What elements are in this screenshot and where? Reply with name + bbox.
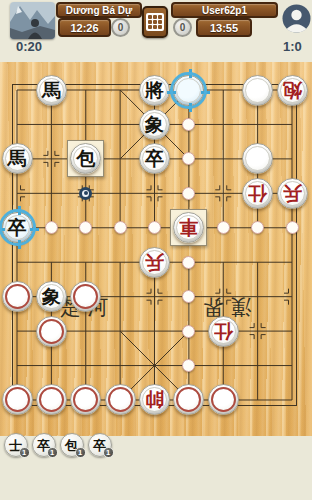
left-player-badge: 0 bbox=[111, 18, 130, 37]
piece-glyph: 卒 bbox=[145, 149, 164, 168]
grid-menu-icon bbox=[146, 13, 164, 31]
move-hint-dot[interactable] bbox=[79, 221, 92, 234]
move-hint-dot[interactable] bbox=[148, 221, 161, 234]
right-player-clock: 13:55 bbox=[196, 18, 252, 37]
right-player-avatar[interactable] bbox=[282, 4, 311, 33]
move-hint-dot[interactable] bbox=[45, 221, 58, 234]
target-crosshair-tick bbox=[18, 240, 21, 249]
left-player-avatar[interactable] bbox=[10, 2, 55, 39]
captured-count-badge: 1 bbox=[75, 447, 86, 458]
xiangqi-app: Dương Bá Dự 12:26 0 0 13:55 User62p1 0:2… bbox=[0, 0, 312, 500]
left-player-name: Dương Bá Dự bbox=[56, 2, 142, 18]
piece-covered-black-r0c5[interactable] bbox=[173, 75, 204, 106]
piece-soldier-black-r2c4[interactable]: 卒 bbox=[139, 143, 170, 174]
target-crosshair-tick bbox=[201, 91, 210, 94]
left-player-clock: 12:26 bbox=[58, 18, 111, 37]
piece-elephant-black-r6c1[interactable]: 象 bbox=[36, 281, 67, 312]
captured-piece-3[interactable]: 卒1 bbox=[88, 433, 112, 457]
menu-button[interactable] bbox=[142, 6, 168, 38]
piece-covered-red-r9c0[interactable] bbox=[2, 384, 33, 415]
top-bar: Dương Bá Dự 12:26 0 0 13:55 User62p1 0:2… bbox=[0, 0, 312, 62]
piece-soldier-black-r4c0[interactable]: 卒 bbox=[2, 212, 33, 243]
piece-glyph: 象 bbox=[42, 287, 61, 306]
target-crosshair-tick bbox=[189, 69, 192, 78]
piece-horse-black-r0c1[interactable]: 馬 bbox=[36, 75, 67, 106]
piece-covered-red-r9c5[interactable] bbox=[173, 384, 204, 415]
piece-glyph: 仕 bbox=[248, 184, 267, 203]
captured-count-badge: 1 bbox=[19, 447, 30, 458]
piece-covered-red-r9c6[interactable] bbox=[208, 384, 239, 415]
target-crosshair-tick bbox=[18, 206, 21, 215]
captured-piece-1[interactable]: 卒1 bbox=[32, 433, 56, 457]
move-hint-dot[interactable] bbox=[182, 152, 195, 165]
piece-glyph: 兵 bbox=[145, 253, 164, 272]
captured-count-badge: 1 bbox=[47, 447, 58, 458]
xiangqi-board[interactable]: 楚 河 漢 界 馬將炮象馬包卒仕兵卒車兵象仕帥 bbox=[0, 62, 312, 436]
piece-glyph: 兵 bbox=[283, 184, 302, 203]
captured-count-badge: 1 bbox=[103, 447, 114, 458]
piece-glyph: 馬 bbox=[8, 149, 27, 168]
piece-glyph: 包 bbox=[76, 149, 95, 168]
target-crosshair-tick bbox=[0, 228, 5, 231]
piece-advisor-red-r7c6[interactable]: 仕 bbox=[208, 316, 239, 347]
piece-covered-red-r9c2[interactable] bbox=[70, 384, 101, 415]
piece-glyph: 帥 bbox=[145, 390, 164, 409]
captured-piece-0[interactable]: 士1 bbox=[4, 433, 28, 457]
move-hint-dot[interactable] bbox=[251, 221, 264, 234]
move-hint-dot[interactable] bbox=[114, 221, 127, 234]
move-hint-dot[interactable] bbox=[286, 221, 299, 234]
piece-glyph: 馬 bbox=[42, 81, 61, 100]
right-player-badge: 0 bbox=[173, 18, 192, 37]
move-hint-dot[interactable] bbox=[182, 118, 195, 131]
left-score: 0:20 bbox=[16, 39, 42, 54]
piece-soldier-red-r3c8[interactable]: 兵 bbox=[277, 178, 308, 209]
right-score: 1:0 bbox=[283, 39, 302, 54]
piece-covered-red-r6c0[interactable] bbox=[2, 281, 33, 312]
piece-glyph: 車 bbox=[179, 218, 198, 237]
move-hint-dot[interactable] bbox=[182, 256, 195, 269]
piece-glyph: 卒 bbox=[8, 218, 27, 237]
target-crosshair-tick bbox=[30, 228, 39, 231]
piece-general-black-r0c4[interactable]: 將 bbox=[139, 75, 170, 106]
target-crosshair-tick bbox=[189, 103, 192, 112]
move-hint-dot[interactable] bbox=[182, 187, 195, 200]
mountain-photo-icon bbox=[10, 2, 55, 39]
piece-covered-black-r2c7[interactable] bbox=[242, 143, 273, 174]
move-origin-marker bbox=[79, 187, 92, 200]
person-icon bbox=[282, 4, 311, 33]
piece-glyph: 炮 bbox=[283, 81, 302, 100]
piece-horse-black-r2c0[interactable]: 馬 bbox=[2, 143, 33, 174]
piece-glyph: 象 bbox=[145, 115, 164, 134]
piece-glyph: 仕 bbox=[214, 322, 233, 341]
piece-covered-black-r0c7[interactable] bbox=[242, 75, 273, 106]
piece-covered-red-r9c1[interactable] bbox=[36, 384, 67, 415]
piece-covered-red-r7c1[interactable] bbox=[36, 316, 67, 347]
piece-elephant-black-r1c4[interactable]: 象 bbox=[139, 109, 170, 140]
captured-piece-2[interactable]: 包1 bbox=[60, 433, 84, 457]
piece-soldier-red-r5c4[interactable]: 兵 bbox=[139, 247, 170, 278]
piece-covered-red-r9c3[interactable] bbox=[105, 384, 136, 415]
move-hint-dot[interactable] bbox=[182, 325, 195, 338]
piece-general-red-r9c4[interactable]: 帥 bbox=[139, 384, 170, 415]
right-player-name: User62p1 bbox=[171, 2, 278, 18]
move-hint-dot[interactable] bbox=[217, 221, 230, 234]
move-hint-dot[interactable] bbox=[182, 359, 195, 372]
piece-glyph: 將 bbox=[145, 81, 164, 100]
piece-advisor-red-r3c7[interactable]: 仕 bbox=[242, 178, 273, 209]
piece-cannon-red-r0c8[interactable]: 炮 bbox=[277, 75, 308, 106]
target-crosshair-tick bbox=[167, 91, 176, 94]
